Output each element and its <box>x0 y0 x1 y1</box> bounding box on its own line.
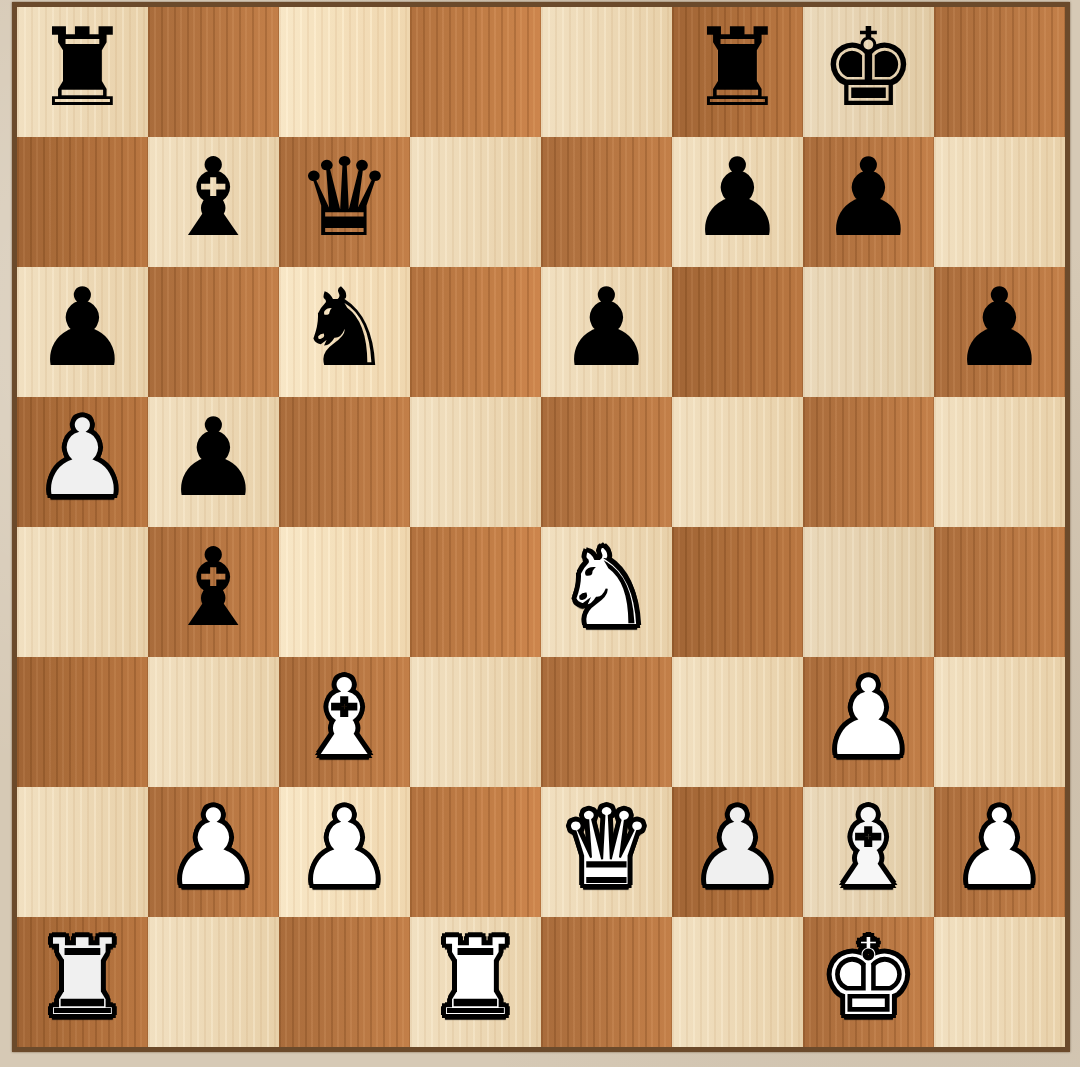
piece-white-king[interactable]: ♚ <box>820 924 917 1032</box>
square-d3[interactable] <box>410 657 541 787</box>
square-f8[interactable]: ♜ <box>672 7 803 137</box>
square-h4[interactable] <box>934 527 1065 657</box>
square-f7[interactable]: ♟ <box>672 137 803 267</box>
piece-black-queen[interactable]: ♛ <box>296 144 393 252</box>
square-f6[interactable] <box>672 267 803 397</box>
piece-white-pawn[interactable]: ♟ <box>165 794 262 902</box>
square-g5[interactable] <box>803 397 934 527</box>
square-f1[interactable] <box>672 917 803 1047</box>
square-c1[interactable] <box>279 917 410 1047</box>
square-a5[interactable]: ♟ <box>17 397 148 527</box>
square-e6[interactable]: ♟ <box>541 267 672 397</box>
square-d1[interactable]: ♜ <box>410 917 541 1047</box>
square-h1[interactable] <box>934 917 1065 1047</box>
piece-black-pawn[interactable]: ♟ <box>689 144 786 252</box>
piece-black-pawn[interactable]: ♟ <box>558 274 655 382</box>
piece-white-rook[interactable]: ♜ <box>427 924 524 1032</box>
piece-white-pawn[interactable]: ♟ <box>951 794 1048 902</box>
square-a3[interactable] <box>17 657 148 787</box>
piece-white-bishop[interactable]: ♝ <box>820 794 917 902</box>
piece-white-pawn[interactable]: ♟ <box>820 664 917 772</box>
square-h8[interactable] <box>934 7 1065 137</box>
piece-black-bishop[interactable]: ♝ <box>165 144 262 252</box>
square-d7[interactable] <box>410 137 541 267</box>
square-d8[interactable] <box>410 7 541 137</box>
piece-black-knight[interactable]: ♞ <box>296 274 393 382</box>
piece-white-rook[interactable]: ♜ <box>34 924 131 1032</box>
square-e2[interactable]: ♛ <box>541 787 672 917</box>
piece-white-pawn[interactable]: ♟ <box>296 794 393 902</box>
square-b1[interactable] <box>148 917 279 1047</box>
square-g7[interactable]: ♟ <box>803 137 934 267</box>
square-b4[interactable]: ♝ <box>148 527 279 657</box>
piece-white-knight[interactable]: ♞ <box>558 534 655 642</box>
piece-white-bishop[interactable]: ♝ <box>296 664 393 772</box>
square-b8[interactable] <box>148 7 279 137</box>
square-a7[interactable] <box>17 137 148 267</box>
piece-white-pawn[interactable]: ♟ <box>34 404 131 512</box>
square-b3[interactable] <box>148 657 279 787</box>
square-h5[interactable] <box>934 397 1065 527</box>
square-c4[interactable] <box>279 527 410 657</box>
square-h3[interactable] <box>934 657 1065 787</box>
square-c7[interactable]: ♛ <box>279 137 410 267</box>
square-c3[interactable]: ♝ <box>279 657 410 787</box>
square-b2[interactable]: ♟ <box>148 787 279 917</box>
piece-black-pawn[interactable]: ♟ <box>34 274 131 382</box>
square-g1[interactable]: ♚ <box>803 917 934 1047</box>
square-h2[interactable]: ♟ <box>934 787 1065 917</box>
square-c8[interactable] <box>279 7 410 137</box>
square-b7[interactable]: ♝ <box>148 137 279 267</box>
square-b6[interactable] <box>148 267 279 397</box>
piece-black-rook[interactable]: ♜ <box>34 14 131 122</box>
square-e5[interactable] <box>541 397 672 527</box>
piece-black-pawn[interactable]: ♟ <box>820 144 917 252</box>
square-d4[interactable] <box>410 527 541 657</box>
piece-black-pawn[interactable]: ♟ <box>165 404 262 512</box>
square-a4[interactable] <box>17 527 148 657</box>
chess-board: ♜♜♚♝♛♟♟♟♞♟♟♟♟♝♞♝♟♟♟♛♟♝♟♜♜♚ <box>12 2 1070 1052</box>
piece-black-bishop[interactable]: ♝ <box>165 534 262 642</box>
square-f4[interactable] <box>672 527 803 657</box>
square-d6[interactable] <box>410 267 541 397</box>
piece-white-pawn[interactable]: ♟ <box>689 794 786 902</box>
piece-white-queen[interactable]: ♛ <box>558 794 655 902</box>
square-d5[interactable] <box>410 397 541 527</box>
square-f2[interactable]: ♟ <box>672 787 803 917</box>
square-f5[interactable] <box>672 397 803 527</box>
square-c6[interactable]: ♞ <box>279 267 410 397</box>
square-e1[interactable] <box>541 917 672 1047</box>
square-f3[interactable] <box>672 657 803 787</box>
square-g8[interactable]: ♚ <box>803 7 934 137</box>
piece-black-rook[interactable]: ♜ <box>689 14 786 122</box>
square-h6[interactable]: ♟ <box>934 267 1065 397</box>
square-c5[interactable] <box>279 397 410 527</box>
square-g4[interactable] <box>803 527 934 657</box>
square-g3[interactable]: ♟ <box>803 657 934 787</box>
piece-black-pawn[interactable]: ♟ <box>951 274 1048 382</box>
square-g6[interactable] <box>803 267 934 397</box>
square-h7[interactable] <box>934 137 1065 267</box>
square-e3[interactable] <box>541 657 672 787</box>
square-a8[interactable]: ♜ <box>17 7 148 137</box>
square-a2[interactable] <box>17 787 148 917</box>
square-e7[interactable] <box>541 137 672 267</box>
square-c2[interactable]: ♟ <box>279 787 410 917</box>
square-g2[interactable]: ♝ <box>803 787 934 917</box>
square-b5[interactable]: ♟ <box>148 397 279 527</box>
square-a1[interactable]: ♜ <box>17 917 148 1047</box>
piece-black-king[interactable]: ♚ <box>820 14 917 122</box>
square-e4[interactable]: ♞ <box>541 527 672 657</box>
square-a6[interactable]: ♟ <box>17 267 148 397</box>
square-d2[interactable] <box>410 787 541 917</box>
square-e8[interactable] <box>541 7 672 137</box>
